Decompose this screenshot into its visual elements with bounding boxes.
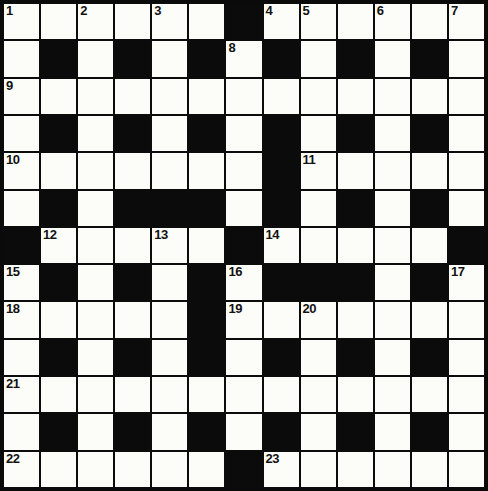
cell-r10c1[interactable] xyxy=(3,339,40,376)
cell-r10c10-black xyxy=(337,339,374,376)
clue-number-2: 2 xyxy=(80,4,87,18)
cell-r11c6[interactable] xyxy=(188,376,225,413)
cell-r8c13[interactable]: 17 xyxy=(448,264,485,301)
cell-r6c2-black xyxy=(40,190,77,227)
cell-r7c9[interactable] xyxy=(300,227,337,264)
cell-r1c6[interactable] xyxy=(188,3,225,40)
cell-r11c11[interactable] xyxy=(374,376,411,413)
cell-r9c2[interactable] xyxy=(40,301,77,338)
cell-r5c5[interactable] xyxy=(151,152,188,189)
cell-r4c8-black xyxy=(263,115,300,152)
clue-number-6: 6 xyxy=(377,4,384,18)
crossword-grid: 1234567891011121314151617181920212223 xyxy=(0,0,488,491)
cell-r6c8-black xyxy=(263,190,300,227)
cell-r6c6-black xyxy=(188,190,225,227)
cell-r3c9[interactable] xyxy=(300,78,337,115)
cell-r13c4[interactable] xyxy=(114,451,151,488)
clue-number-21: 21 xyxy=(6,377,19,391)
cell-r12c6-black xyxy=(188,413,225,450)
cell-r11c8[interactable] xyxy=(263,376,300,413)
cell-r11c4[interactable] xyxy=(114,376,151,413)
cell-r5c10[interactable] xyxy=(337,152,374,189)
clue-number-16: 16 xyxy=(228,265,241,279)
cell-r4c13[interactable] xyxy=(448,115,485,152)
cell-r6c5-black xyxy=(151,190,188,227)
cell-r2c8-black xyxy=(263,40,300,77)
cell-r10c11[interactable] xyxy=(374,339,411,376)
cell-r3c13[interactable] xyxy=(448,78,485,115)
cell-r7c3[interactable] xyxy=(77,227,114,264)
cell-r5c6[interactable] xyxy=(188,152,225,189)
cell-r9c5[interactable] xyxy=(151,301,188,338)
clue-number-15: 15 xyxy=(6,265,19,279)
crossword-page: 1234567891011121314151617181920212223 xyxy=(0,0,488,491)
cell-r13c3[interactable] xyxy=(77,451,114,488)
cell-r4c12-black xyxy=(411,115,448,152)
cell-r9c8[interactable] xyxy=(263,301,300,338)
clue-number-1: 1 xyxy=(6,4,13,18)
clue-number-10: 10 xyxy=(6,153,19,167)
cell-r13c5[interactable] xyxy=(151,451,188,488)
cell-r7c8[interactable]: 14 xyxy=(263,227,300,264)
cell-r12c4-black xyxy=(114,413,151,450)
cell-r10c12-black xyxy=(411,339,448,376)
cell-r3c11[interactable] xyxy=(374,78,411,115)
cell-r3c2[interactable] xyxy=(40,78,77,115)
cell-r13c10[interactable] xyxy=(337,451,374,488)
cell-r4c3[interactable] xyxy=(77,115,114,152)
cell-r1c9[interactable]: 5 xyxy=(300,3,337,40)
cell-r9c13[interactable] xyxy=(448,301,485,338)
cell-r12c5[interactable] xyxy=(151,413,188,450)
clue-number-13: 13 xyxy=(154,228,167,242)
cell-r1c2[interactable] xyxy=(40,3,77,40)
cell-r11c5[interactable] xyxy=(151,376,188,413)
cell-r13c13[interactable] xyxy=(448,451,485,488)
cell-r7c2[interactable]: 12 xyxy=(40,227,77,264)
cell-r8c11[interactable] xyxy=(374,264,411,301)
cell-r8c10-black xyxy=(337,264,374,301)
cell-r3c4[interactable] xyxy=(114,78,151,115)
cell-r13c1[interactable]: 22 xyxy=(3,451,40,488)
cell-r12c9[interactable] xyxy=(300,413,337,450)
cell-r10c6-black xyxy=(188,339,225,376)
cell-r12c13[interactable] xyxy=(448,413,485,450)
cell-r5c13[interactable] xyxy=(448,152,485,189)
cell-r13c6[interactable] xyxy=(188,451,225,488)
clue-number-7: 7 xyxy=(451,4,458,18)
cell-r10c7[interactable] xyxy=(225,339,262,376)
cell-r5c11[interactable] xyxy=(374,152,411,189)
cell-r11c13[interactable] xyxy=(448,376,485,413)
cell-r8c1[interactable]: 15 xyxy=(3,264,40,301)
cell-r7c5[interactable]: 13 xyxy=(151,227,188,264)
cell-r7c6[interactable] xyxy=(188,227,225,264)
clue-number-3: 3 xyxy=(154,4,161,18)
cell-r11c9[interactable] xyxy=(300,376,337,413)
cell-r6c1[interactable] xyxy=(3,190,40,227)
cell-r9c7[interactable]: 19 xyxy=(225,301,262,338)
cell-r2c4-black xyxy=(114,40,151,77)
cell-r12c2-black xyxy=(40,413,77,450)
cell-r11c1[interactable]: 21 xyxy=(3,376,40,413)
cell-r1c11[interactable]: 6 xyxy=(374,3,411,40)
cell-r12c8-black xyxy=(263,413,300,450)
clue-number-12: 12 xyxy=(43,228,56,242)
cell-r10c9[interactable] xyxy=(300,339,337,376)
cell-r9c9[interactable]: 20 xyxy=(300,301,337,338)
cell-r8c12-black xyxy=(411,264,448,301)
cell-r9c3[interactable] xyxy=(77,301,114,338)
cell-r13c12[interactable] xyxy=(411,451,448,488)
clue-number-18: 18 xyxy=(6,302,19,316)
cell-r2c11[interactable] xyxy=(374,40,411,77)
cell-r5c3[interactable] xyxy=(77,152,114,189)
cell-r6c3[interactable] xyxy=(77,190,114,227)
cell-r7c10[interactable] xyxy=(337,227,374,264)
cell-r7c1-black xyxy=(3,227,40,264)
clue-number-20: 20 xyxy=(303,302,316,316)
cell-r4c1[interactable] xyxy=(3,115,40,152)
cell-r10c4-black xyxy=(114,339,151,376)
cell-r11c10[interactable] xyxy=(337,376,374,413)
cell-r2c13[interactable] xyxy=(448,40,485,77)
cell-r6c4-black xyxy=(114,190,151,227)
cell-r13c9[interactable] xyxy=(300,451,337,488)
cell-r4c5[interactable] xyxy=(151,115,188,152)
cell-r8c8-black xyxy=(263,264,300,301)
cell-r2c7[interactable]: 8 xyxy=(225,40,262,77)
cell-r8c5[interactable] xyxy=(151,264,188,301)
cell-r10c5[interactable] xyxy=(151,339,188,376)
cell-r2c9[interactable] xyxy=(300,40,337,77)
cell-r8c3[interactable] xyxy=(77,264,114,301)
cell-r2c3[interactable] xyxy=(77,40,114,77)
cell-r4c4-black xyxy=(114,115,151,152)
cell-r13c11[interactable] xyxy=(374,451,411,488)
cell-r7c11[interactable] xyxy=(374,227,411,264)
cell-r10c3[interactable] xyxy=(77,339,114,376)
cell-r8c6-black xyxy=(188,264,225,301)
cell-r3c6[interactable] xyxy=(188,78,225,115)
clue-number-17: 17 xyxy=(451,265,464,279)
cell-r13c8[interactable]: 23 xyxy=(263,451,300,488)
cell-r12c3[interactable] xyxy=(77,413,114,450)
cell-r6c11[interactable] xyxy=(374,190,411,227)
clue-number-14: 14 xyxy=(266,228,279,242)
cell-r7c4[interactable] xyxy=(114,227,151,264)
cell-r5c9[interactable]: 11 xyxy=(300,152,337,189)
cell-r2c6-black xyxy=(188,40,225,77)
cell-r4c6-black xyxy=(188,115,225,152)
cell-r3c3[interactable] xyxy=(77,78,114,115)
cell-r3c7[interactable] xyxy=(225,78,262,115)
cell-r8c7[interactable]: 16 xyxy=(225,264,262,301)
cell-r3c1[interactable]: 9 xyxy=(3,78,40,115)
cell-r13c7-black xyxy=(225,451,262,488)
cell-r1c1[interactable]: 1 xyxy=(3,3,40,40)
cell-r5c7[interactable] xyxy=(225,152,262,189)
cell-r4c11[interactable] xyxy=(374,115,411,152)
cell-r9c11[interactable] xyxy=(374,301,411,338)
clue-number-23: 23 xyxy=(266,452,279,466)
cell-r6c12-black xyxy=(411,190,448,227)
clue-number-11: 11 xyxy=(303,153,316,167)
cell-r12c10-black xyxy=(337,413,374,450)
cell-r6c10-black xyxy=(337,190,374,227)
cell-r5c4[interactable] xyxy=(114,152,151,189)
cell-r5c2[interactable] xyxy=(40,152,77,189)
cell-r11c7[interactable] xyxy=(225,376,262,413)
cell-r1c13[interactable]: 7 xyxy=(448,3,485,40)
cell-r11c3[interactable] xyxy=(77,376,114,413)
cell-r8c4-black xyxy=(114,264,151,301)
cell-r9c4[interactable] xyxy=(114,301,151,338)
cell-r1c8[interactable]: 4 xyxy=(263,3,300,40)
clue-number-9: 9 xyxy=(6,79,13,93)
cell-r5c12[interactable] xyxy=(411,152,448,189)
cell-r2c10-black xyxy=(337,40,374,77)
cell-r9c10[interactable] xyxy=(337,301,374,338)
cell-r1c7-black xyxy=(225,3,262,40)
cell-r7c12[interactable] xyxy=(411,227,448,264)
cell-r1c12[interactable] xyxy=(411,3,448,40)
cell-r1c5[interactable]: 3 xyxy=(151,3,188,40)
cell-r10c2-black xyxy=(40,339,77,376)
cell-r12c11[interactable] xyxy=(374,413,411,450)
cell-r5c8-black xyxy=(263,152,300,189)
cell-r6c13[interactable] xyxy=(448,190,485,227)
cell-r5c1[interactable]: 10 xyxy=(3,152,40,189)
clue-number-4: 4 xyxy=(266,4,273,18)
cell-r7c13-black xyxy=(448,227,485,264)
cell-r11c12[interactable] xyxy=(411,376,448,413)
cell-r12c1[interactable] xyxy=(3,413,40,450)
cell-r4c2-black xyxy=(40,115,77,152)
cell-r3c8[interactable] xyxy=(263,78,300,115)
cell-r2c2-black xyxy=(40,40,77,77)
cell-r10c8-black xyxy=(263,339,300,376)
cell-r13c2[interactable] xyxy=(40,451,77,488)
clue-number-8: 8 xyxy=(228,41,235,55)
cell-r9c1[interactable]: 18 xyxy=(3,301,40,338)
cell-r6c7[interactable] xyxy=(225,190,262,227)
cell-r12c7[interactable] xyxy=(225,413,262,450)
cell-r2c5[interactable] xyxy=(151,40,188,77)
cell-r2c1[interactable] xyxy=(3,40,40,77)
cell-r12c12-black xyxy=(411,413,448,450)
cell-r9c12[interactable] xyxy=(411,301,448,338)
cell-r6c9[interactable] xyxy=(300,190,337,227)
cell-r3c5[interactable] xyxy=(151,78,188,115)
cell-r8c2-black xyxy=(40,264,77,301)
cell-r10c13[interactable] xyxy=(448,339,485,376)
clue-number-22: 22 xyxy=(6,452,19,466)
cell-r4c7[interactable] xyxy=(225,115,262,152)
cell-r9c6-black xyxy=(188,301,225,338)
cell-r2c12-black xyxy=(411,40,448,77)
clue-number-5: 5 xyxy=(303,4,310,18)
cell-r11c2[interactable] xyxy=(40,376,77,413)
cell-r4c9[interactable] xyxy=(300,115,337,152)
cell-r1c10[interactable] xyxy=(337,3,374,40)
cell-r3c12[interactable] xyxy=(411,78,448,115)
cell-r7c7-black xyxy=(225,227,262,264)
cell-r1c4[interactable] xyxy=(114,3,151,40)
cell-r1c3[interactable]: 2 xyxy=(77,3,114,40)
cell-r8c9-black xyxy=(300,264,337,301)
cell-r4c10-black xyxy=(337,115,374,152)
cell-r3c10[interactable] xyxy=(337,78,374,115)
clue-number-19: 19 xyxy=(228,302,241,316)
